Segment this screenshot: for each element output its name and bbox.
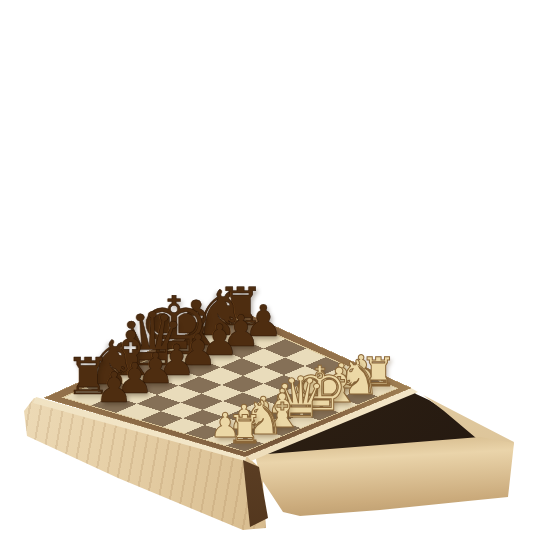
box-corner-seam xyxy=(0,0,533,533)
chess-board xyxy=(43,310,412,457)
storage-box-far-rim xyxy=(0,0,533,533)
storage-box-left-panel xyxy=(0,0,533,533)
board-lid-left-edge xyxy=(0,0,533,533)
board-grid xyxy=(65,319,397,451)
piece-layer: ♜♞♝♛♚♝♞♜♟♟♟♟♟♟♟♟♟♟♟♟♟♟♟♟♜♞♝♛♚♝♞♜ xyxy=(0,0,533,533)
board-lid-right-edge xyxy=(0,0,533,533)
storage-box-right-panel xyxy=(0,0,533,533)
chess-set-photo: ♜♞♝♛♚♝♞♜♟♟♟♟♟♟♟♟♟♟♟♟♟♟♟♟♜♞♝♛♚♝♞♜ xyxy=(0,0,533,533)
storage-compartment-felt xyxy=(0,0,533,533)
